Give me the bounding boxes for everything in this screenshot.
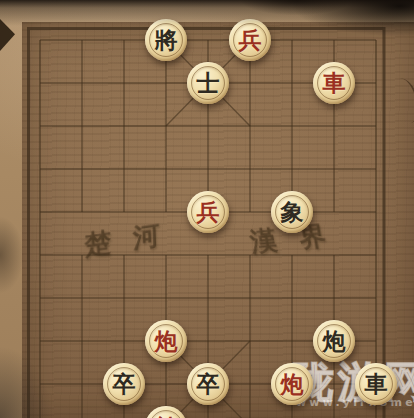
piece-black-pawn[interactable]: 卒 [103, 363, 145, 405]
piece-red-cannon[interactable]: 炮 [145, 320, 187, 362]
piece-red-soldier[interactable]: 兵 [187, 191, 229, 233]
piece-glyph: 帥 [145, 406, 187, 418]
piece-glyph: 兵 [229, 19, 271, 61]
piece-red-chariot[interactable]: 車 [313, 62, 355, 104]
piece-black-cannon[interactable]: 炮 [313, 320, 355, 362]
piece-glyph: 象 [271, 191, 313, 233]
piece-black-general[interactable]: 將 [145, 19, 187, 61]
piece-red-cannon[interactable]: 炮 [271, 363, 313, 405]
piece-black-advisor[interactable]: 士 [187, 62, 229, 104]
piece-glyph: 卒 [103, 363, 145, 405]
piece-red-general[interactable]: 帥 [145, 406, 187, 418]
piece-glyph: 車 [355, 363, 397, 405]
piece-red-soldier[interactable]: 兵 [229, 19, 271, 61]
piece-glyph: 將 [145, 19, 187, 61]
piece-black-chariot[interactable]: 車 [355, 363, 397, 405]
piece-glyph: 炮 [145, 320, 187, 362]
piece-glyph: 車 [313, 62, 355, 104]
piece-black-pawn[interactable]: 卒 [187, 363, 229, 405]
piece-glyph: 炮 [271, 363, 313, 405]
piece-glyph: 士 [187, 62, 229, 104]
piece-black-elephant[interactable]: 象 [271, 191, 313, 233]
piece-glyph: 炮 [313, 320, 355, 362]
piece-glyph: 卒 [187, 363, 229, 405]
piece-glyph: 兵 [187, 191, 229, 233]
xiangqi-game-screen: 楚河 漢界 陇游网 www.yirhome.cn 將兵士車兵象炮炮卒卒炮車帥 [0, 0, 414, 418]
